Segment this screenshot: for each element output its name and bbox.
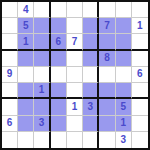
cell-r8c1[interactable]: 6 bbox=[2, 116, 18, 132]
cell-r1c3[interactable] bbox=[34, 2, 50, 18]
cell-r3c5[interactable]: 7 bbox=[67, 34, 83, 50]
cell-r7c1[interactable] bbox=[2, 99, 18, 115]
cell-r5c6[interactable] bbox=[83, 67, 99, 83]
cell-r4c1[interactable] bbox=[2, 51, 18, 67]
cell-r9c9[interactable] bbox=[132, 132, 148, 148]
cell-r4c7[interactable]: 8 bbox=[99, 51, 115, 67]
sudoku-board: 457116789611356313 bbox=[0, 0, 150, 150]
cell-r6c3[interactable]: 1 bbox=[34, 83, 50, 99]
cell-r9c7[interactable] bbox=[99, 132, 115, 148]
cell-r2c4[interactable] bbox=[51, 18, 67, 34]
cell-r9c1[interactable] bbox=[2, 132, 18, 148]
cell-r1c4[interactable] bbox=[51, 2, 67, 18]
cell-r7c6[interactable]: 3 bbox=[83, 99, 99, 115]
cell-r8c2[interactable] bbox=[18, 116, 34, 132]
cell-r8c9[interactable] bbox=[132, 116, 148, 132]
cell-r9c2[interactable] bbox=[18, 132, 34, 148]
cell-r5c5[interactable] bbox=[67, 67, 83, 83]
cell-r3c4[interactable]: 6 bbox=[51, 34, 67, 50]
cell-r9c3[interactable] bbox=[34, 132, 50, 148]
cell-r7c4[interactable] bbox=[51, 99, 67, 115]
cell-r1c6[interactable] bbox=[83, 2, 99, 18]
cell-r3c3[interactable] bbox=[34, 34, 50, 50]
cell-r3c9[interactable] bbox=[132, 34, 148, 50]
cell-r1c2[interactable]: 4 bbox=[18, 2, 34, 18]
cell-r2c7[interactable]: 7 bbox=[99, 18, 115, 34]
cell-r6c8[interactable] bbox=[116, 83, 132, 99]
cell-r3c1[interactable] bbox=[2, 34, 18, 50]
cell-r6c9[interactable] bbox=[132, 83, 148, 99]
cell-r5c8[interactable] bbox=[116, 67, 132, 83]
cell-r7c3[interactable] bbox=[34, 99, 50, 115]
cell-r6c2[interactable] bbox=[18, 83, 34, 99]
cell-r2c6[interactable] bbox=[83, 18, 99, 34]
cell-r3c7[interactable] bbox=[99, 34, 115, 50]
cell-r1c9[interactable] bbox=[132, 2, 148, 18]
cell-r8c6[interactable] bbox=[83, 116, 99, 132]
cell-r1c1[interactable] bbox=[2, 2, 18, 18]
cell-r8c3[interactable]: 3 bbox=[34, 116, 50, 132]
cell-r3c2[interactable]: 1 bbox=[18, 34, 34, 50]
cell-r2c5[interactable] bbox=[67, 18, 83, 34]
cell-r5c9[interactable]: 6 bbox=[132, 67, 148, 83]
cell-r5c2[interactable] bbox=[18, 67, 34, 83]
cell-r2c3[interactable] bbox=[34, 18, 50, 34]
cell-r5c3[interactable] bbox=[34, 67, 50, 83]
cell-r5c1[interactable]: 9 bbox=[2, 67, 18, 83]
cell-r2c9[interactable]: 1 bbox=[132, 18, 148, 34]
cell-r8c8[interactable]: 1 bbox=[116, 116, 132, 132]
cell-r4c8[interactable] bbox=[116, 51, 132, 67]
cell-r5c4[interactable] bbox=[51, 67, 67, 83]
cell-r4c3[interactable] bbox=[34, 51, 50, 67]
cell-r9c8[interactable]: 3 bbox=[116, 132, 132, 148]
cell-r1c8[interactable] bbox=[116, 2, 132, 18]
cell-r4c6[interactable] bbox=[83, 51, 99, 67]
cell-r3c6[interactable] bbox=[83, 34, 99, 50]
cell-r4c2[interactable] bbox=[18, 51, 34, 67]
cell-r6c4[interactable] bbox=[51, 83, 67, 99]
cell-r1c5[interactable] bbox=[67, 2, 83, 18]
cell-r9c6[interactable] bbox=[83, 132, 99, 148]
cell-r2c1[interactable] bbox=[2, 18, 18, 34]
cell-r2c2[interactable]: 5 bbox=[18, 18, 34, 34]
cell-r7c2[interactable] bbox=[18, 99, 34, 115]
cell-r9c5[interactable] bbox=[67, 132, 83, 148]
cell-r6c5[interactable] bbox=[67, 83, 83, 99]
cell-r4c4[interactable] bbox=[51, 51, 67, 67]
cell-r4c5[interactable] bbox=[67, 51, 83, 67]
cell-r6c6[interactable] bbox=[83, 83, 99, 99]
cell-r8c4[interactable] bbox=[51, 116, 67, 132]
cell-r8c5[interactable] bbox=[67, 116, 83, 132]
cell-r1c7[interactable] bbox=[99, 2, 115, 18]
cell-r8c7[interactable] bbox=[99, 116, 115, 132]
cell-r4c9[interactable] bbox=[132, 51, 148, 67]
cell-r7c5[interactable]: 1 bbox=[67, 99, 83, 115]
cell-r3c8[interactable] bbox=[116, 34, 132, 50]
cell-r5c7[interactable] bbox=[99, 67, 115, 83]
cell-r7c8[interactable]: 5 bbox=[116, 99, 132, 115]
cell-r6c7[interactable] bbox=[99, 83, 115, 99]
cell-r7c9[interactable] bbox=[132, 99, 148, 115]
cell-r2c8[interactable] bbox=[116, 18, 132, 34]
cell-r7c7[interactable] bbox=[99, 99, 115, 115]
cell-r9c4[interactable] bbox=[51, 132, 67, 148]
cell-r6c1[interactable] bbox=[2, 83, 18, 99]
